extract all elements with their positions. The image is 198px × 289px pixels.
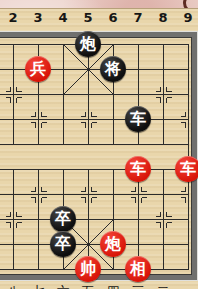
piece-red-chariot[interactable]: 车 [175,156,198,182]
file-label-bottom: 四 [105,283,121,289]
file-label-bottom: 三 [130,283,146,289]
piece-red-soldier[interactable]: 兵 [25,56,51,82]
piece-glyph: 炮 [105,236,121,252]
piece-glyph: 车 [130,161,146,177]
board-grid[interactable]: 炮兵将车车车卒卒炮帅相 [0,32,198,282]
piece-glyph: 卒 [55,236,71,252]
board-panel: 123456789 炮兵将车车车卒卒炮帅相 九八七六五四三二一 [0,8,198,289]
piece-red-chariot[interactable]: 车 [125,156,151,182]
piece-black-soldier[interactable]: 卒 [50,206,76,232]
file-label-bottom: 七 [30,283,46,289]
piece-glyph: 将 [105,61,121,77]
piece-glyph: 卒 [55,211,71,227]
piece-glyph: 相 [130,261,146,277]
piece-glyph: 帅 [80,261,96,277]
file-label-bottom: 六 [55,283,71,289]
piece-glyph: 炮 [80,36,96,52]
piece-glyph: 车 [130,111,146,127]
piece-red-elephant[interactable]: 相 [125,256,151,282]
file-label-bottom: 八 [5,283,21,289]
piece-glyph: 车 [180,161,196,177]
piece-red-general[interactable]: 帅 [75,256,101,282]
piece-black-soldier[interactable]: 卒 [50,231,76,257]
piece-black-chariot[interactable]: 车 [125,106,151,132]
piece-glyph: 兵 [30,61,46,77]
piece-black-cannon[interactable]: 炮 [75,31,101,57]
xiangqi-app: 123456789 炮兵将车车车卒卒炮帅相 九八七六五四三二一 [0,0,198,289]
piece-red-cannon[interactable]: 炮 [100,231,126,257]
piece-black-general[interactable]: 将 [100,56,126,82]
file-label-bottom: 一 [180,283,196,289]
file-label-bottom: 二 [155,283,171,289]
file-label-bottom: 五 [80,283,96,289]
